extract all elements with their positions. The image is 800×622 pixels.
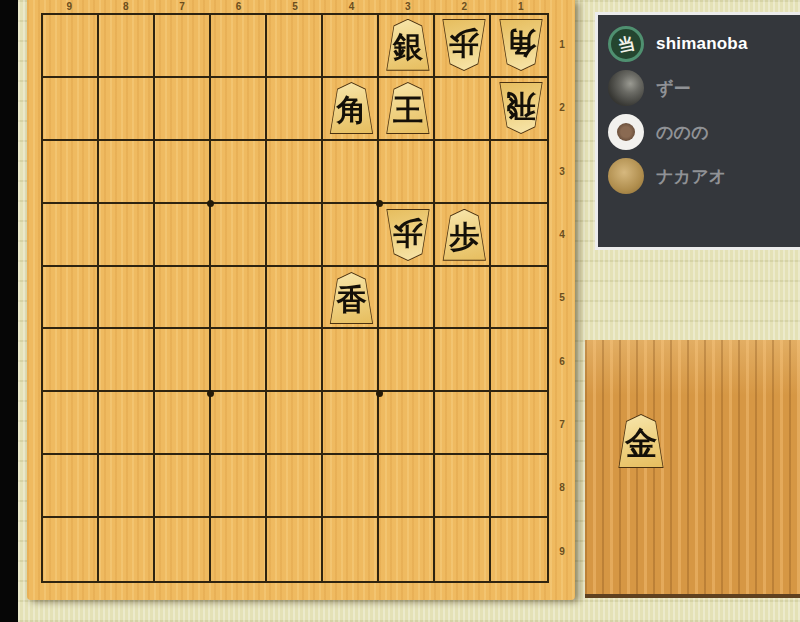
board-square-7a[interactable] (155, 15, 211, 78)
avatar-emblem (617, 123, 635, 141)
board-square-2i[interactable] (435, 518, 491, 581)
rank-label: 7 (551, 393, 573, 456)
rank-label: 9 (551, 520, 573, 583)
piece-face: 金 (618, 415, 664, 467)
piece-stand-sente: 金 (585, 340, 800, 598)
board-square-8e[interactable] (99, 267, 155, 330)
board-square-3i[interactable] (379, 518, 435, 581)
star-point (207, 390, 214, 397)
board-square-6h[interactable] (211, 455, 267, 518)
board-square-8c[interactable] (99, 141, 155, 204)
rank-label: 8 (551, 456, 573, 519)
piece-kanji: 歩 (393, 210, 423, 256)
board-square-7h[interactable] (155, 455, 211, 518)
voice-chat-overlay: 当shimanobaずーのののナカアオ (595, 12, 800, 250)
player-name: ずー (656, 77, 691, 100)
board-square-1g[interactable] (491, 392, 547, 455)
board-square-7e[interactable] (155, 267, 211, 330)
player-avatar (608, 114, 644, 150)
board-square-9c[interactable] (43, 141, 99, 204)
board-square-8a[interactable] (99, 15, 155, 78)
board-square-9e[interactable] (43, 267, 99, 330)
board-square-4a[interactable] (323, 15, 379, 78)
piece-kanji: 角 (506, 20, 536, 66)
player-row: ののの (608, 110, 800, 154)
board-square-1f[interactable] (491, 329, 547, 392)
player-avatar (608, 158, 644, 194)
board-square-5h[interactable] (267, 455, 323, 518)
star-point (376, 390, 383, 397)
hand-piece-gold[interactable]: 金 (617, 414, 665, 468)
piece-kanji: 王 (393, 87, 423, 133)
board-square-5c[interactable] (267, 141, 323, 204)
board-square-2h[interactable] (435, 455, 491, 518)
board-square-6i[interactable] (211, 518, 267, 581)
player-name: shimanoba (656, 34, 748, 54)
board-square-5f[interactable] (267, 329, 323, 392)
file-labels: 987654321 (41, 0, 549, 13)
board-square-4c[interactable] (323, 141, 379, 204)
board-square-8d[interactable] (99, 204, 155, 267)
shogi-board: 987654321 123456789 銀歩角角王飛歩歩香 (27, 0, 575, 600)
rank-label: 1 (551, 13, 573, 76)
file-label: 4 (323, 0, 379, 13)
board-square-4d[interactable] (323, 204, 379, 267)
player-avatar: 当 (608, 26, 644, 62)
board-square-1h[interactable] (491, 455, 547, 518)
rank-label: 4 (551, 203, 573, 266)
board-square-8h[interactable] (99, 455, 155, 518)
board-square-3e[interactable] (379, 267, 435, 330)
file-label: 5 (267, 0, 323, 13)
board-square-9g[interactable] (43, 392, 99, 455)
rank-label: 2 (551, 76, 573, 139)
board-square-4h[interactable] (323, 455, 379, 518)
board-square-1i[interactable] (491, 518, 547, 581)
avatar-logo-glyph: 当 (615, 31, 636, 57)
file-label: 7 (154, 0, 210, 13)
board-square-5g[interactable] (267, 392, 323, 455)
piece-kanji: 歩 (449, 214, 479, 260)
file-label: 2 (436, 0, 492, 13)
board-square-2c[interactable] (435, 141, 491, 204)
board-square-6e[interactable] (211, 267, 267, 330)
board-square-5a[interactable] (267, 15, 323, 78)
board-square-9h[interactable] (43, 455, 99, 518)
board-square-4g[interactable] (323, 392, 379, 455)
file-label: 9 (41, 0, 97, 13)
rank-label: 6 (551, 330, 573, 393)
board-square-9f[interactable] (43, 329, 99, 392)
piece-kanji: 金 (625, 419, 657, 467)
player-name: ナカアオ (656, 165, 726, 188)
board-square-6f[interactable] (211, 329, 267, 392)
board-square-1c[interactable] (491, 141, 547, 204)
player-avatar (608, 70, 644, 106)
board-square-8g[interactable] (99, 392, 155, 455)
piece-kanji: 銀 (393, 24, 423, 70)
player-row: ナカアオ (608, 154, 800, 198)
board-square-6c[interactable] (211, 141, 267, 204)
board-square-2e[interactable] (435, 267, 491, 330)
board-square-3g[interactable] (379, 392, 435, 455)
board-square-7c[interactable] (155, 141, 211, 204)
piece-kanji: 飛 (506, 83, 536, 129)
board-square-1e[interactable] (491, 267, 547, 330)
piece-kanji: 香 (336, 277, 366, 323)
board-square-4i[interactable] (323, 518, 379, 581)
board-square-7g[interactable] (155, 392, 211, 455)
file-label: 1 (493, 0, 549, 13)
board-square-8i[interactable] (99, 518, 155, 581)
rank-label: 5 (551, 266, 573, 329)
board-square-6g[interactable] (211, 392, 267, 455)
board-square-9i[interactable] (43, 518, 99, 581)
player-name: ののの (656, 121, 709, 144)
file-label: 3 (380, 0, 436, 13)
board-square-5d[interactable] (267, 204, 323, 267)
board-square-9a[interactable] (43, 15, 99, 78)
rank-labels: 123456789 (551, 13, 573, 583)
piece-kanji: 歩 (449, 20, 479, 66)
file-label: 8 (97, 0, 153, 13)
board-square-3c[interactable] (379, 141, 435, 204)
board-square-6d[interactable] (211, 204, 267, 267)
star-point (207, 200, 214, 207)
board-square-2g[interactable] (435, 392, 491, 455)
star-point (376, 200, 383, 207)
board-grid (41, 13, 549, 583)
board-square-2f[interactable] (435, 329, 491, 392)
file-label: 6 (210, 0, 266, 13)
board-square-6a[interactable] (211, 15, 267, 78)
board-square-3h[interactable] (379, 455, 435, 518)
board-square-5b[interactable] (267, 78, 323, 141)
piece-kanji: 角 (336, 87, 366, 133)
board-square-3f[interactable] (379, 329, 435, 392)
player-row: 当shimanoba (608, 22, 800, 66)
board-square-5e[interactable] (267, 267, 323, 330)
board-square-5i[interactable] (267, 518, 323, 581)
board-square-1d[interactable] (491, 204, 547, 267)
board-square-7f[interactable] (155, 329, 211, 392)
board-square-8b[interactable] (99, 78, 155, 141)
screen: 987654321 123456789 銀歩角角王飛歩歩香 金 当shimano… (0, 0, 800, 622)
player-row: ずー (608, 66, 800, 110)
board-square-7b[interactable] (155, 78, 211, 141)
board-square-8f[interactable] (99, 329, 155, 392)
board-square-9d[interactable] (43, 204, 99, 267)
board-square-9b[interactable] (43, 78, 99, 141)
rank-label: 3 (551, 140, 573, 203)
board-square-6b[interactable] (211, 78, 267, 141)
board-square-7i[interactable] (155, 518, 211, 581)
board-square-2b[interactable] (435, 78, 491, 141)
board-square-4f[interactable] (323, 329, 379, 392)
board-square-7d[interactable] (155, 204, 211, 267)
